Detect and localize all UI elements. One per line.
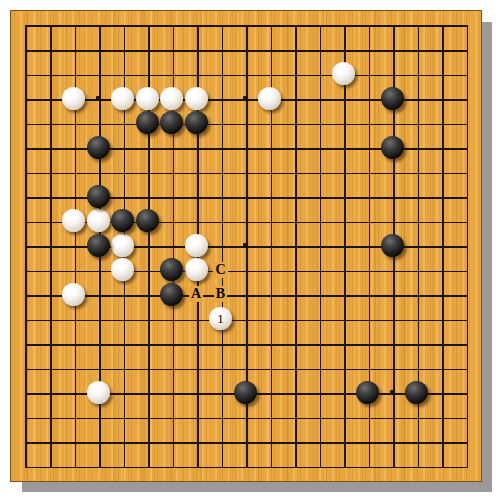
white-stone — [62, 209, 85, 232]
white-stone — [136, 87, 159, 110]
point-label-b: B — [214, 286, 227, 302]
move-number-label: 1 — [217, 312, 224, 325]
black-stone — [136, 209, 159, 232]
black-stone — [381, 87, 404, 110]
white-stone — [258, 87, 281, 110]
point-label-c: C — [213, 262, 227, 278]
white-stone — [111, 258, 134, 281]
black-stone — [136, 111, 159, 134]
black-stone — [356, 381, 379, 404]
move-stone: 1 — [209, 307, 232, 330]
black-stone — [234, 381, 257, 404]
white-stone — [111, 234, 134, 257]
white-stone — [160, 87, 183, 110]
go-board: ABC1 — [10, 10, 482, 482]
star-point — [243, 243, 247, 247]
black-stone — [111, 209, 134, 232]
black-stone — [405, 381, 428, 404]
black-stone — [381, 136, 404, 159]
black-stone — [87, 234, 110, 257]
white-stone — [332, 62, 355, 85]
star-point — [96, 96, 100, 100]
white-stone — [62, 87, 85, 110]
black-stone — [87, 185, 110, 208]
black-stone — [160, 283, 183, 306]
page-root: { "game": "go", "board_size": 19, "posit… — [0, 0, 500, 500]
white-stone — [87, 209, 110, 232]
black-stone — [185, 111, 208, 134]
black-stone — [160, 258, 183, 281]
star-point — [390, 390, 394, 394]
white-stone — [185, 234, 208, 257]
white-stone — [185, 87, 208, 110]
black-stone — [160, 111, 183, 134]
star-point — [243, 96, 247, 100]
black-stone — [381, 234, 404, 257]
point-label-a: A — [189, 286, 203, 302]
white-stone — [87, 381, 110, 404]
white-stone — [185, 258, 208, 281]
white-stone — [111, 87, 134, 110]
black-stone — [87, 136, 110, 159]
board-intersections: ABC1 — [12, 12, 478, 478]
white-stone — [62, 283, 85, 306]
